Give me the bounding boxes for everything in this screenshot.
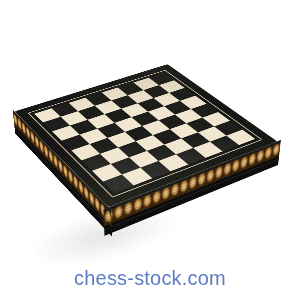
square-d2 [147,145,176,161]
square-b2 [111,157,141,174]
square-a5 [62,135,90,151]
perspective-container [0,0,300,300]
square-c3 [118,141,147,157]
square-d4 [125,126,153,141]
product-photo: chess-stock.com [0,0,300,300]
square-b4 [90,138,118,154]
square-a1 [103,175,134,193]
square-f2 [181,132,210,148]
square-e2 [164,138,193,154]
square-e3 [153,129,181,144]
square-f1 [193,142,222,158]
board-top-face [15,64,278,207]
square-c1 [140,161,170,178]
square-a2 [92,164,122,182]
square-d1 [158,154,188,171]
square-b5 [80,129,108,144]
square-e1 [176,148,206,165]
chess-board [15,64,278,207]
square-a6 [52,126,80,141]
square-c2 [129,151,158,168]
square-g1 [210,136,239,152]
square-b1 [122,168,152,186]
square-h1 [226,130,255,145]
square-c4 [107,132,135,148]
square-b3 [100,147,129,164]
watermark-text: chess-stock.com [0,267,300,290]
square-g2 [198,126,226,141]
square-a4 [71,144,100,160]
square-a3 [82,154,111,171]
square-d3 [136,135,165,151]
